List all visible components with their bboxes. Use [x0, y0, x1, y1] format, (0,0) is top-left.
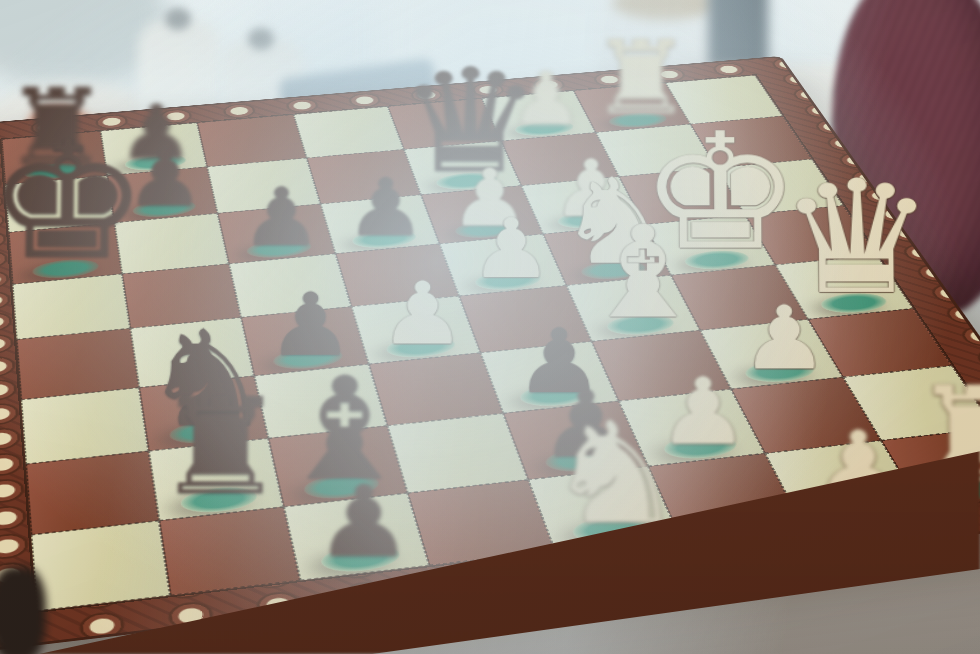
piece-black-pawn-b7[interactable]: ♟	[125, 143, 205, 215]
square-c5[interactable]: ♟	[320, 195, 439, 254]
square-a5[interactable]	[293, 106, 404, 157]
felt-base	[453, 218, 522, 240]
felt-base	[472, 268, 544, 292]
piece-white-knight-h4[interactable]: ♞	[544, 409, 686, 538]
felt-base	[512, 118, 576, 137]
felt-base	[434, 171, 500, 192]
square-h7[interactable]	[158, 506, 300, 595]
felt-base	[124, 152, 187, 172]
square-a6[interactable]	[197, 115, 306, 167]
piece-black-pawn-h6[interactable]: ♟	[314, 477, 413, 568]
square-b4[interactable]: ♛	[404, 141, 521, 195]
square-b2[interactable]	[596, 124, 717, 177]
square-h4[interactable]: ♞	[528, 466, 679, 551]
piece-white-pawn-f2[interactable]: ♟	[740, 298, 829, 379]
square-b3[interactable]	[500, 132, 619, 185]
square-b7[interactable]: ♟	[107, 167, 218, 223]
square-c4[interactable]: ♟	[421, 186, 542, 244]
square-c6[interactable]: ♟	[217, 204, 334, 264]
piece-white-rook-h1[interactable]: ♜	[909, 375, 980, 497]
piece-black-queen-b4[interactable]: ♛	[397, 55, 543, 187]
square-b5[interactable]	[306, 149, 421, 204]
square-g7[interactable]: ♜	[148, 438, 284, 520]
square-a7[interactable]: ♟	[100, 123, 207, 176]
piece-black-pawn-c6[interactable]: ♟	[240, 181, 322, 255]
piece-white-pawn-d4[interactable]: ♟	[469, 211, 552, 287]
chess-board: ♜♟♟♜♟♛♚♟♟♟♟♟♞♚♟♟♝♛♞♟♟♜♝♟♟♟♞♟♜	[0, 57, 980, 648]
square-a4[interactable]	[388, 99, 501, 150]
felt-base	[32, 257, 100, 281]
piece-white-pawn-c4[interactable]: ♟	[449, 162, 529, 235]
square-h8[interactable]	[31, 520, 170, 611]
square-c8[interactable]: ♚	[8, 223, 121, 284]
piece-white-rook-a2[interactable]: ♜	[589, 31, 693, 125]
chess-board-grid: ♜♟♟♜♟♛♚♟♟♟♟♟♞♚♟♟♝♛♞♟♟♜♝♟♟♟♞♟♜	[2, 75, 980, 611]
square-a8[interactable]: ♜	[2, 131, 107, 184]
square-b8[interactable]	[5, 175, 114, 232]
square-a3[interactable]: ♟	[481, 91, 595, 141]
felt-base	[350, 227, 419, 250]
piece-black-pawn-a7[interactable]: ♟	[118, 98, 195, 167]
square-a1[interactable]	[665, 75, 783, 124]
piece-white-pawn-h2[interactable]: ♟	[810, 423, 907, 511]
felt-base	[606, 110, 671, 129]
felt-base	[245, 237, 313, 260]
piece-black-pawn-c5[interactable]: ♟	[345, 171, 426, 245]
piece-black-rook-a8[interactable]: ♜	[2, 79, 111, 177]
felt-base	[24, 161, 87, 182]
piece-black-king-c8[interactable]: ♚	[0, 127, 150, 275]
piece-black-rook-g7[interactable]: ♜	[153, 386, 288, 509]
piece-white-pawn-a3[interactable]: ♟	[509, 66, 584, 134]
square-b6[interactable]	[207, 158, 320, 214]
square-c7[interactable]	[114, 213, 229, 273]
square-h6[interactable]: ♟	[284, 493, 429, 581]
felt-base	[131, 198, 197, 220]
board-scene: ♜♟♟♜♟♛♚♟♟♟♟♟♞♚♟♟♝♛♞♟♟♜♝♟♟♟♞♟♜	[0, 0, 980, 654]
piece-white-pawn-e5[interactable]: ♟	[379, 275, 466, 354]
chess-photo-scene: { "game": "chess", "scene_type": "overhe…	[0, 0, 980, 654]
board-hinge	[0, 566, 46, 654]
square-a2[interactable]: ♜	[574, 83, 690, 132]
